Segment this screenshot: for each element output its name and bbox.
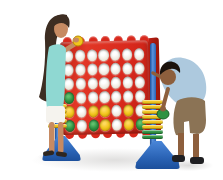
children-overlay	[0, 0, 223, 180]
girl-sandal-right	[56, 151, 68, 157]
boy-arm	[163, 89, 168, 108]
boy	[153, 58, 206, 164]
girl	[39, 14, 83, 157]
girl-sandal-left	[43, 150, 55, 156]
boy-hand	[160, 107, 166, 112]
girl-hand	[73, 38, 79, 43]
boy-shoe-left	[172, 155, 185, 162]
boy-leg-right	[193, 134, 199, 157]
boy-shorts	[173, 97, 206, 136]
girl-leg-left	[49, 122, 55, 153]
scene	[0, 0, 223, 180]
girl-leg-right	[58, 122, 64, 153]
girl-tank-top	[46, 44, 66, 108]
girl-shorts	[46, 106, 65, 123]
boy-shoe-right	[190, 157, 204, 164]
boy-leg-left	[178, 133, 184, 157]
